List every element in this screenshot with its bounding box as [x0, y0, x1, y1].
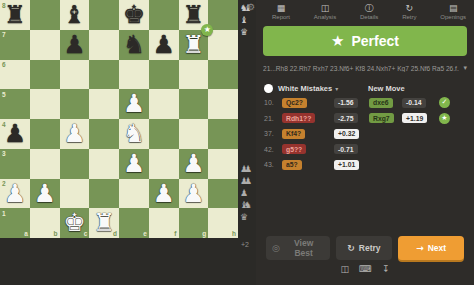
chevron-down-icon[interactable]: ▾ [463, 64, 467, 72]
report-icon: ▦ [277, 3, 286, 13]
captured-piece-group: ♟♟ [238, 163, 248, 175]
black-pawn: ♟ [152, 30, 174, 60]
square-d8[interactable] [89, 0, 119, 30]
mistakes-title: White Mistakes [278, 84, 332, 93]
settings-gear-icon[interactable]: ⚙ [247, 2, 255, 12]
black-knight: ♞ [123, 30, 145, 60]
white-pawn: ♟ [33, 179, 55, 209]
square-c3[interactable] [60, 149, 90, 179]
new-move-badge[interactable]: Rxg7 [369, 113, 394, 123]
retry-button[interactable]: ↻ Retry [336, 236, 393, 260]
analysis-icon: ◫ [321, 3, 330, 13]
square-f7[interactable]: ♟ [149, 30, 179, 60]
black-king: ♚ [123, 0, 145, 30]
best-star-icon: ★ [439, 113, 450, 124]
app-window: 8♜♝♚♜7♟♞♟♜65♟4♟♟♞3♟♟2♟♟♟♟1abc♚d♜efgh ★ ♞… [0, 0, 474, 285]
square-e7[interactable]: ♞ [119, 30, 149, 60]
mistake-row[interactable]: 10.Qc2?-1.56dxe6-0.14✓ [256, 95, 474, 111]
square-d1[interactable]: d♜ [89, 208, 119, 238]
square-d2[interactable] [89, 179, 119, 209]
white-pawn: ♟ [152, 179, 174, 209]
footer-buttons: ◎ View Best ↻ Retry → Next [256, 236, 474, 260]
square-e6[interactable] [119, 60, 149, 90]
eval-badge: +0.32 [334, 129, 359, 139]
square-c7[interactable]: ♟ [60, 30, 90, 60]
captured-piece-group: ♛ [238, 211, 248, 223]
rank-label: 8 [2, 2, 6, 9]
analysis-panel: ⚙ ▦Report◫AnalysisⓘDetails↻Retry▤Opening… [256, 0, 474, 285]
square-b6[interactable] [30, 60, 60, 90]
square-c6[interactable] [60, 60, 90, 90]
captured-piece-group: ♟♟ [238, 175, 248, 187]
captured-piece-group: ♟ [238, 187, 248, 199]
square-b4[interactable] [30, 119, 60, 149]
white-king: ♚ [63, 208, 85, 238]
move-number: 37. [264, 130, 282, 137]
move-list-row[interactable]: 21...Rh8 22.Rh7 Rxh7 23.Nf6+ Kf8 24.Nxh7… [263, 64, 467, 72]
black-pawn: ♟ [63, 30, 85, 60]
square-h6[interactable] [208, 60, 238, 90]
white-knight: ♞ [123, 119, 145, 149]
square-f3[interactable] [149, 149, 179, 179]
square-h3[interactable] [208, 149, 238, 179]
file-label: d [113, 230, 117, 237]
file-label: h [232, 230, 236, 237]
square-c1[interactable]: c♚ [60, 208, 90, 238]
mistakes-section: White Mistakes ▾ New Move 10.Qc2?-1.56dx… [256, 82, 474, 173]
white-pawn: ♟ [182, 149, 204, 179]
square-a8[interactable]: 8♜ [0, 0, 30, 30]
square-g1[interactable]: g [179, 208, 209, 238]
mistake-move-badge[interactable]: Kf4? [282, 129, 305, 139]
square-h5[interactable] [208, 89, 238, 119]
mistake-move-badge[interactable]: g5?? [282, 144, 306, 154]
square-h2[interactable] [208, 179, 238, 209]
black-pawn: ♟ [4, 119, 26, 149]
square-f8[interactable] [149, 0, 179, 30]
square-e2[interactable] [119, 179, 149, 209]
file-label: a [24, 230, 28, 237]
star-icon: ★ [331, 34, 344, 49]
mistake-row[interactable]: 37.Kf4?+0.32 [256, 126, 474, 142]
square-f5[interactable] [149, 89, 179, 119]
square-h7[interactable] [208, 30, 238, 60]
captured-piece-group: ♝ [238, 14, 248, 26]
square-a6[interactable]: 6 [0, 60, 30, 90]
rank-label: 7 [2, 31, 6, 38]
details-icon: ⓘ [365, 3, 374, 13]
captured-pieces-tray: ♞♝♝♛ ♟♟♟♟♟♝♞♛ +2 [238, 0, 256, 285]
file-label: e [143, 230, 147, 237]
square-c4[interactable]: ♟ [60, 119, 90, 149]
file-label: f [174, 230, 176, 237]
tab-analysis[interactable]: ◫Analysis [314, 3, 336, 23]
mistake-row[interactable]: 43.a5?+1.01 [256, 157, 474, 173]
file-label: g [202, 230, 206, 237]
square-f2[interactable]: ♟ [149, 179, 179, 209]
square-e8[interactable]: ♚ [119, 0, 149, 30]
white-pawn: ♟ [4, 179, 26, 209]
rank-label: 2 [2, 180, 6, 187]
mistake-row[interactable]: 21.Rdh1??-2.75Rxg7+1.19★ [256, 111, 474, 127]
rank-label: 3 [2, 150, 6, 157]
square-e3[interactable]: ♟ [119, 149, 149, 179]
utility-icons-row: ◫⌨↧ [256, 264, 474, 274]
square-c5[interactable] [60, 89, 90, 119]
download-icon[interactable]: ↧ [382, 264, 390, 274]
tab-report[interactable]: ▦Report [272, 3, 290, 23]
square-e4[interactable]: ♞ [119, 119, 149, 149]
square-g6[interactable] [179, 60, 209, 90]
square-a3[interactable]: 3 [0, 149, 30, 179]
eval-badge: +1.01 [334, 160, 359, 170]
square-b1[interactable]: b [30, 208, 60, 238]
mistake-move-badge[interactable]: Qc2? [282, 98, 307, 108]
square-e5[interactable]: ♟ [119, 89, 149, 119]
captured-black-pieces: ♟♟♟♟♟♝♞♛ [238, 163, 248, 223]
next-button[interactable]: → Next [398, 236, 464, 260]
tab-retry[interactable]: ↻Retry [402, 3, 416, 23]
square-g2[interactable]: ♟ [179, 179, 209, 209]
square-c8[interactable]: ♝ [60, 0, 90, 30]
move-number: 43. [264, 161, 282, 168]
black-rook: ♜ [4, 0, 26, 30]
retry-icon: ↻ [406, 3, 414, 13]
white-pawn: ♟ [123, 89, 145, 119]
square-d4[interactable] [89, 119, 119, 149]
analysis-board-icon[interactable]: ◫ [340, 264, 349, 274]
captured-piece-group: ♝♞ [238, 199, 248, 211]
square-h1[interactable]: h [208, 208, 238, 238]
new-eval-badge: -0.14 [402, 98, 426, 108]
new-move-badge[interactable]: dxe6 [369, 98, 393, 108]
tab-details[interactable]: ⓘDetails [360, 3, 378, 23]
tab-bar: ▦Report◫AnalysisⓘDetails↻Retry▤Openings [256, 0, 474, 23]
move-number: 10. [264, 99, 282, 106]
rank-label: 1 [2, 210, 6, 217]
eval-badge: -0.71 [334, 144, 358, 154]
chevron-down-icon[interactable]: ▾ [335, 85, 338, 92]
eval-badge: -1.56 [334, 98, 358, 108]
chess-board[interactable]: 8♜♝♚♜7♟♞♟♜65♟4♟♟♞3♟♟2♟♟♟♟1abc♚d♜efgh [0, 0, 238, 238]
move-quality-banner: ★ Perfect [263, 26, 467, 56]
white-pawn: ♟ [182, 179, 204, 209]
magnifier-icon: ◎ [272, 243, 280, 253]
white-player-dot-icon [264, 84, 273, 93]
banner-label: Perfect [351, 33, 398, 49]
black-rook: ♜ [182, 0, 204, 30]
square-h4[interactable] [208, 119, 238, 149]
white-pawn: ♟ [63, 119, 85, 149]
rank-label: 5 [2, 91, 6, 98]
square-b3[interactable] [30, 149, 60, 179]
square-a5[interactable]: 5 [0, 89, 30, 119]
square-f6[interactable] [149, 60, 179, 90]
white-rook: ♜ [93, 208, 115, 238]
white-pawn: ♟ [123, 149, 145, 179]
mistakes-header[interactable]: White Mistakes ▾ New Move [256, 82, 474, 95]
new-eval-badge: +1.19 [402, 113, 427, 123]
mistakes-rows: 10.Qc2?-1.56dxe6-0.14✓21.Rdh1??-2.75Rxg7… [256, 95, 474, 173]
square-g3[interactable]: ♟ [179, 149, 209, 179]
square-d6[interactable] [89, 60, 119, 90]
square-e1[interactable]: e [119, 208, 149, 238]
square-f4[interactable] [149, 119, 179, 149]
square-a7[interactable]: 7 [0, 30, 30, 60]
eval-badge: -2.75 [334, 113, 358, 123]
square-a2[interactable]: 2♟ [0, 179, 30, 209]
move-list-text: 21...Rh8 22.Rh7 Rxh7 23.Nf6+ Kf8 24.Nxh7… [263, 65, 459, 72]
square-b2[interactable]: ♟ [30, 179, 60, 209]
mistake-move-badge[interactable]: a5? [282, 160, 302, 170]
move-number: 21. [264, 115, 282, 122]
file-label: b [54, 230, 58, 237]
square-b7[interactable] [30, 30, 60, 60]
rank-label: 6 [2, 61, 6, 68]
square-d3[interactable] [89, 149, 119, 179]
square-h8[interactable] [208, 0, 238, 30]
square-b8[interactable] [30, 0, 60, 30]
check-icon: ✓ [439, 97, 450, 108]
square-d7[interactable] [89, 30, 119, 60]
square-g5[interactable] [179, 89, 209, 119]
material-score: +2 [241, 241, 249, 248]
computer-icon[interactable]: ⌨ [359, 264, 372, 274]
mistake-move-badge[interactable]: Rdh1?? [282, 113, 315, 123]
arrow-right-icon: → [416, 243, 424, 253]
tab-openings[interactable]: ▤Openings [440, 3, 466, 23]
view-best-button[interactable]: ◎ View Best [266, 236, 330, 260]
captured-piece-group: ♛ [238, 26, 248, 38]
rank-label: 4 [2, 121, 6, 128]
square-a4[interactable]: 4♟ [0, 119, 30, 149]
white-rook: ♜ [182, 30, 204, 60]
retry-icon: ↻ [347, 243, 355, 253]
square-a1[interactable]: 1a [0, 208, 30, 238]
file-label: c [84, 230, 88, 237]
square-c2[interactable] [60, 179, 90, 209]
move-number: 42. [264, 146, 282, 153]
mistake-row[interactable]: 42.g5??-0.71 [256, 142, 474, 158]
square-g4[interactable] [179, 119, 209, 149]
new-move-header: New Move [368, 84, 405, 93]
openings-icon: ▤ [449, 3, 458, 13]
square-b5[interactable] [30, 89, 60, 119]
square-f1[interactable]: f [149, 208, 179, 238]
black-bishop: ♝ [63, 0, 85, 30]
square-d5[interactable] [89, 89, 119, 119]
